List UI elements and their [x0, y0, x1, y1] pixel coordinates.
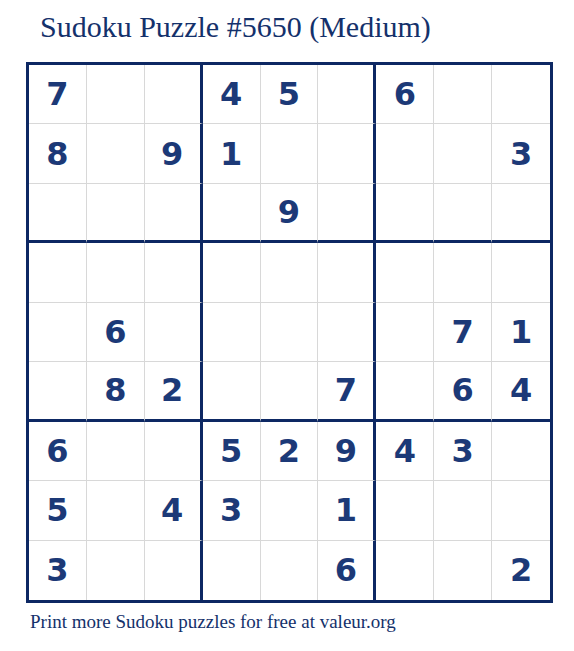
cell-r4c8: [434, 243, 492, 302]
cell-r6c7: [376, 362, 434, 421]
cell-r1c1: 7: [29, 65, 87, 124]
cell-r6c4: [203, 362, 261, 421]
cell-r5c7: [376, 303, 434, 362]
cell-r4c9: [492, 243, 550, 302]
cell-r1c3: [145, 65, 203, 124]
cell-r1c2: [87, 65, 145, 124]
cell-r9c9: 2: [492, 541, 550, 600]
cell-r7c2: [87, 422, 145, 481]
cell-r3c8: [434, 184, 492, 243]
cell-r1c6: [318, 65, 376, 124]
cell-r4c4: [203, 243, 261, 302]
cell-r1c4: 4: [203, 65, 261, 124]
cell-r2c4: 1: [203, 124, 261, 183]
cell-r9c2: [87, 541, 145, 600]
cell-r5c4: [203, 303, 261, 362]
cell-r1c8: [434, 65, 492, 124]
cell-r4c2: [87, 243, 145, 302]
cell-r6c5: [261, 362, 319, 421]
cell-r6c3: 2: [145, 362, 203, 421]
cell-r4c3: [145, 243, 203, 302]
cell-r8c2: [87, 481, 145, 540]
cell-r8c8: [434, 481, 492, 540]
cell-r7c5: 2: [261, 422, 319, 481]
cell-r6c2: 8: [87, 362, 145, 421]
cell-r9c5: [261, 541, 319, 600]
cell-r6c1: [29, 362, 87, 421]
cell-r8c3: 4: [145, 481, 203, 540]
cell-r1c5: 5: [261, 65, 319, 124]
cell-r3c9: [492, 184, 550, 243]
sudoku-page: Sudoku Puzzle #5650 (Medium) 74568913967…: [0, 0, 574, 651]
cell-r5c3: [145, 303, 203, 362]
cell-r4c7: [376, 243, 434, 302]
cell-r4c6: [318, 243, 376, 302]
cell-r2c9: 3: [492, 124, 550, 183]
footer-text: Print more Sudoku puzzles for free at va…: [30, 611, 396, 633]
cell-r8c4: 3: [203, 481, 261, 540]
cell-r3c2: [87, 184, 145, 243]
cell-r9c4: [203, 541, 261, 600]
cell-r5c2: 6: [87, 303, 145, 362]
cell-r9c3: [145, 541, 203, 600]
cell-r2c6: [318, 124, 376, 183]
cell-r3c4: [203, 184, 261, 243]
cell-r9c7: [376, 541, 434, 600]
cell-r7c1: 6: [29, 422, 87, 481]
cell-r8c7: [376, 481, 434, 540]
cell-r4c5: [261, 243, 319, 302]
cell-r5c9: 1: [492, 303, 550, 362]
cell-r3c5: 9: [261, 184, 319, 243]
cell-r7c4: 5: [203, 422, 261, 481]
cell-r3c6: [318, 184, 376, 243]
cell-r2c5: [261, 124, 319, 183]
cell-r7c7: 4: [376, 422, 434, 481]
cell-r2c1: 8: [29, 124, 87, 183]
cell-r7c3: [145, 422, 203, 481]
cell-r1c7: 6: [376, 65, 434, 124]
cell-r7c6: 9: [318, 422, 376, 481]
cell-r2c7: [376, 124, 434, 183]
cell-r8c9: [492, 481, 550, 540]
cell-r6c9: 4: [492, 362, 550, 421]
cell-r8c6: 1: [318, 481, 376, 540]
cell-r7c8: 3: [434, 422, 492, 481]
cell-r9c8: [434, 541, 492, 600]
cell-r5c1: [29, 303, 87, 362]
cell-r9c1: 3: [29, 541, 87, 600]
cell-r5c6: [318, 303, 376, 362]
cell-r8c1: 5: [29, 481, 87, 540]
cell-r9c6: 6: [318, 541, 376, 600]
cell-r3c1: [29, 184, 87, 243]
cell-r2c3: 9: [145, 124, 203, 183]
cell-r4c1: [29, 243, 87, 302]
cell-r5c8: 7: [434, 303, 492, 362]
cell-r3c3: [145, 184, 203, 243]
cell-r2c2: [87, 124, 145, 183]
cell-r6c6: 7: [318, 362, 376, 421]
cell-r3c7: [376, 184, 434, 243]
sudoku-board: 745689139671827646529435431362: [26, 62, 553, 603]
cell-r1c9: [492, 65, 550, 124]
cell-r6c8: 6: [434, 362, 492, 421]
cell-r2c8: [434, 124, 492, 183]
page-title: Sudoku Puzzle #5650 (Medium): [40, 10, 431, 44]
cell-r7c9: [492, 422, 550, 481]
cell-r5c5: [261, 303, 319, 362]
cell-r8c5: [261, 481, 319, 540]
